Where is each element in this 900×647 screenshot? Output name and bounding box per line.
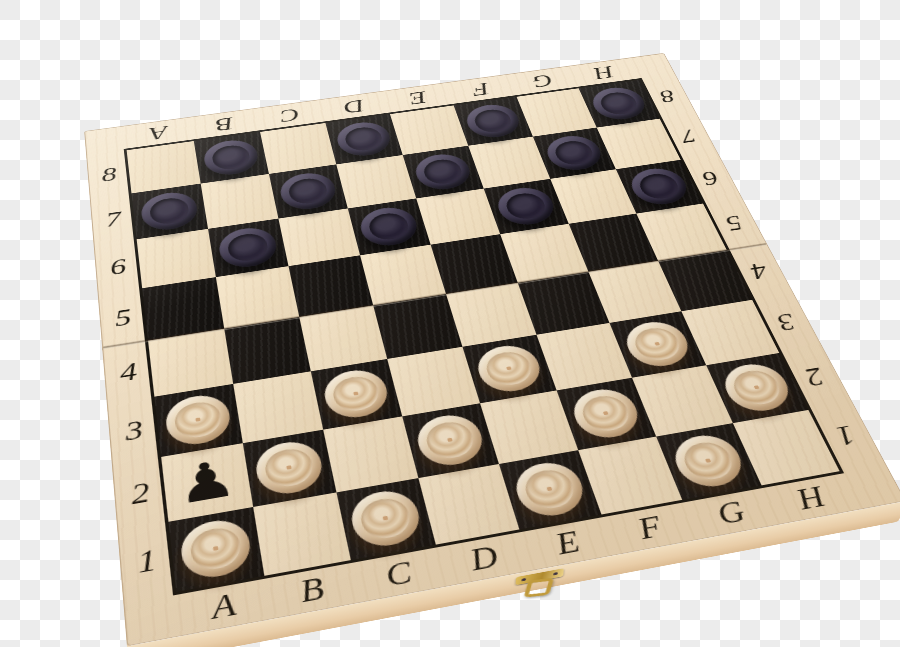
black-checker-h6[interactable] — [625, 166, 693, 208]
rank-label-8: 8 — [87, 150, 131, 199]
white-checker-d2[interactable] — [413, 411, 488, 469]
black-checker-f8[interactable] — [462, 102, 524, 140]
square-d1[interactable] — [418, 464, 519, 545]
square-h3[interactable] — [681, 300, 779, 365]
square-a5[interactable] — [142, 277, 224, 340]
white-checker-a1[interactable] — [179, 516, 254, 582]
black-checker-d8[interactable] — [334, 119, 394, 158]
rank-label-3: 3 — [752, 293, 821, 353]
white-checker-h2[interactable] — [717, 360, 797, 415]
square-f3[interactable] — [537, 323, 632, 390]
square-d4[interactable] — [373, 294, 462, 359]
black-checker-g7[interactable] — [542, 133, 607, 173]
black-checker-e7[interactable] — [411, 151, 474, 192]
perspective-scene: ABCDEFGH ABCDEFGH 87654321 87654321 ♟ — [0, 0, 900, 647]
square-c1[interactable] — [336, 478, 435, 560]
black-checker-h8[interactable] — [587, 85, 650, 122]
black-checker-d6[interactable] — [357, 204, 422, 248]
white-checker-g1[interactable] — [667, 431, 749, 491]
rank-label-7: 7 — [91, 193, 137, 245]
square-b4[interactable] — [224, 317, 311, 384]
square-g3[interactable] — [609, 311, 706, 377]
rank-label-2: 2 — [113, 457, 168, 531]
rank-label-1: 1 — [808, 402, 884, 471]
square-e3[interactable] — [462, 335, 556, 404]
square-f2[interactable] — [557, 378, 657, 450]
square-c3[interactable] — [311, 359, 402, 430]
rank-label-3: 3 — [108, 397, 161, 465]
black-checker-a7[interactable] — [140, 190, 200, 233]
rank-label-2: 2 — [779, 346, 851, 410]
white-checker-a3[interactable] — [164, 392, 233, 449]
white-checker-f2[interactable] — [567, 385, 645, 441]
transparent-background: ABCDEFGH ABCDEFGH 87654321 87654321 ♟ — [0, 0, 900, 647]
board-top-face: ABCDEFGH ABCDEFGH 87654321 87654321 ♟ — [84, 53, 900, 646]
black-checker-b6[interactable] — [217, 225, 280, 271]
square-c4[interactable] — [299, 305, 387, 371]
white-checker-c3[interactable] — [321, 366, 392, 421]
black-checker-c7[interactable] — [277, 170, 339, 212]
square-a3[interactable] — [154, 384, 242, 457]
square-d2[interactable] — [402, 403, 499, 478]
square-a1[interactable] — [168, 507, 264, 592]
square-e1[interactable] — [499, 450, 601, 529]
rank-label-5: 5 — [99, 288, 148, 347]
square-c5[interactable] — [288, 255, 373, 317]
square-e2[interactable] — [480, 390, 578, 464]
square-h2[interactable] — [706, 353, 808, 423]
square-g1[interactable] — [656, 423, 761, 500]
black-checker-b8[interactable] — [202, 137, 261, 177]
white-checker-c1[interactable] — [347, 487, 424, 551]
square-f1[interactable] — [578, 437, 682, 515]
printed-pawn-symbol: ♟ — [174, 452, 239, 512]
square-h1[interactable] — [733, 410, 840, 485]
white-checker-g3[interactable] — [620, 318, 695, 370]
black-checker-f6[interactable] — [493, 185, 559, 228]
square-a4[interactable] — [148, 329, 233, 397]
square-b3[interactable] — [233, 371, 323, 443]
square-b2[interactable] — [243, 430, 337, 507]
white-checker-e3[interactable] — [473, 342, 546, 395]
board-grid: ♟ — [127, 80, 840, 592]
file-labels-bottom: ABCDEFGH — [176, 471, 859, 635]
square-b5[interactable] — [216, 266, 299, 329]
checkers-board: ABCDEFGH ABCDEFGH 87654321 87654321 ♟ — [84, 53, 900, 646]
square-d3[interactable] — [387, 347, 480, 417]
white-checker-e1[interactable] — [510, 459, 590, 521]
white-checker-b2[interactable] — [253, 438, 326, 498]
square-g2[interactable] — [632, 365, 733, 436]
rank-label-6: 6 — [95, 239, 142, 295]
square-c2[interactable] — [323, 416, 418, 492]
rank-label-1: 1 — [119, 522, 177, 601]
square-a2[interactable]: ♟ — [161, 443, 253, 522]
rank-label-4: 4 — [103, 341, 154, 405]
square-b1[interactable] — [253, 492, 351, 575]
